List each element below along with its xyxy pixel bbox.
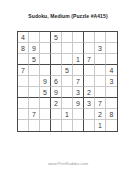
footer-url[interactable]: www.PrintSudoku.com — [0, 161, 136, 166]
sudoku-cell-r5c9: 3 — [106, 76, 117, 87]
sudoku-cell-r8c8: 2 — [95, 109, 106, 120]
sudoku-cell-r6c4: 9 — [51, 87, 62, 98]
sudoku-cell-r5c6: 7 — [73, 76, 84, 87]
sudoku-cell-r1c7[interactable] — [84, 32, 95, 43]
sudoku-page: Sudoku, Medium (Puzzle #A415) 4589351775… — [0, 0, 136, 176]
sudoku-cell-r8c3[interactable] — [40, 109, 51, 120]
sudoku-cell-r5c4: 6 — [51, 76, 62, 87]
sudoku-cell-r2c1: 8 — [18, 43, 29, 54]
sudoku-cell-r8c1[interactable] — [18, 109, 29, 120]
sudoku-cell-r6c8[interactable] — [95, 87, 106, 98]
sudoku-cell-r1c4: 5 — [51, 32, 62, 43]
sudoku-cell-r7c8: 7 — [95, 98, 106, 109]
sudoku-cell-r9c6[interactable] — [73, 120, 84, 131]
sudoku-cell-r4c2[interactable] — [29, 65, 40, 76]
sudoku-cell-r4c6[interactable] — [73, 65, 84, 76]
sudoku-cell-r3c2: 5 — [29, 54, 40, 65]
puzzle-title: Sudoku, Medium (Puzzle #A415) — [0, 13, 136, 19]
sudoku-cell-r5c3: 9 — [40, 76, 51, 87]
sudoku-cell-r2c7[interactable] — [84, 43, 95, 54]
sudoku-cell-r3c3[interactable] — [40, 54, 51, 65]
sudoku-cell-r5c7[interactable] — [84, 76, 95, 87]
sudoku-cell-r1c2[interactable] — [29, 32, 40, 43]
sudoku-cell-r1c6[interactable] — [73, 32, 84, 43]
sudoku-cell-r1c1: 4 — [18, 32, 29, 43]
sudoku-cell-r2c4[interactable] — [51, 43, 62, 54]
sudoku-cell-r1c9[interactable] — [106, 32, 117, 43]
sudoku-cell-r9c8: 1 — [95, 120, 106, 131]
sudoku-cell-r8c9: 8 — [106, 109, 117, 120]
sudoku-cell-r3c7: 7 — [84, 54, 95, 65]
sudoku-cell-r7c4: 2 — [51, 98, 62, 109]
sudoku-cell-r2c9[interactable] — [106, 43, 117, 54]
sudoku-cell-r8c2: 7 — [29, 109, 40, 120]
sudoku-cell-r6c7: 2 — [84, 87, 95, 98]
sudoku-cell-r8c7[interactable] — [84, 109, 95, 120]
sudoku-cell-r1c5[interactable] — [62, 32, 73, 43]
sudoku-cell-r4c4[interactable] — [51, 65, 62, 76]
sudoku-cell-r7c5[interactable] — [62, 98, 73, 109]
sudoku-cell-r7c6: 9 — [73, 98, 84, 109]
sudoku-cell-r8c4[interactable] — [51, 109, 62, 120]
sudoku-cell-r3c6: 1 — [73, 54, 84, 65]
sudoku-cell-r4c8[interactable] — [95, 65, 106, 76]
sudoku-cell-r2c8: 3 — [95, 43, 106, 54]
sudoku-cell-r6c1[interactable] — [18, 87, 29, 98]
sudoku-cell-r4c5: 5 — [62, 65, 73, 76]
sudoku-cell-r6c9[interactable] — [106, 87, 117, 98]
sudoku-cell-r6c2[interactable] — [29, 87, 40, 98]
sudoku-cell-r6c6: 3 — [73, 87, 84, 98]
sudoku-cell-r4c3[interactable] — [40, 65, 51, 76]
sudoku-cell-r5c1[interactable] — [18, 76, 29, 87]
sudoku-board: 4589351775496735932293771281 — [17, 31, 118, 132]
sudoku-cell-r8c5: 1 — [62, 109, 73, 120]
sudoku-cell-r6c3: 5 — [40, 87, 51, 98]
sudoku-cell-r5c5[interactable] — [62, 76, 73, 87]
sudoku-cell-r4c9: 4 — [106, 65, 117, 76]
sudoku-cell-r9c5[interactable] — [62, 120, 73, 131]
sudoku-cell-r2c5[interactable] — [62, 43, 73, 54]
sudoku-cell-r8c6[interactable] — [73, 109, 84, 120]
sudoku-cell-r7c3[interactable] — [40, 98, 51, 109]
sudoku-cell-r9c1[interactable] — [18, 120, 29, 131]
sudoku-cell-r1c3[interactable] — [40, 32, 51, 43]
sudoku-cell-r7c2[interactable] — [29, 98, 40, 109]
sudoku-cell-r9c3[interactable] — [40, 120, 51, 131]
sudoku-cell-r3c1[interactable] — [18, 54, 29, 65]
sudoku-cell-r2c2: 9 — [29, 43, 40, 54]
sudoku-cell-r5c8[interactable] — [95, 76, 106, 87]
sudoku-cell-r3c4[interactable] — [51, 54, 62, 65]
sudoku-cell-r3c9[interactable] — [106, 54, 117, 65]
sudoku-cell-r6c5[interactable] — [62, 87, 73, 98]
sudoku-cell-r4c1: 7 — [18, 65, 29, 76]
sudoku-cell-r9c9[interactable] — [106, 120, 117, 131]
sudoku-cell-r4c7[interactable] — [84, 65, 95, 76]
sudoku-cell-r9c4[interactable] — [51, 120, 62, 131]
sudoku-cell-r7c1[interactable] — [18, 98, 29, 109]
sudoku-cell-r2c6[interactable] — [73, 43, 84, 54]
sudoku-cell-r2c3[interactable] — [40, 43, 51, 54]
sudoku-cell-r7c7: 3 — [84, 98, 95, 109]
sudoku-cell-r7c9[interactable] — [106, 98, 117, 109]
sudoku-cell-r9c7[interactable] — [84, 120, 95, 131]
sudoku-cell-r3c5[interactable] — [62, 54, 73, 65]
sudoku-cell-r1c8[interactable] — [95, 32, 106, 43]
sudoku-cell-r3c8[interactable] — [95, 54, 106, 65]
sudoku-cell-r9c2[interactable] — [29, 120, 40, 131]
sudoku-cell-r5c2[interactable] — [29, 76, 40, 87]
